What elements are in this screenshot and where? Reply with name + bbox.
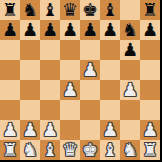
square-a3[interactable]: [0, 100, 20, 120]
square-d2[interactable]: [60, 120, 80, 140]
square-b4[interactable]: [20, 80, 40, 100]
square-c5[interactable]: [40, 60, 60, 80]
square-f5[interactable]: [100, 60, 120, 80]
square-f4[interactable]: [100, 80, 120, 100]
square-h2[interactable]: ♟: [140, 120, 160, 140]
square-f3[interactable]: [100, 100, 120, 120]
piece-white-pawn[interactable]: ♟: [22, 120, 38, 140]
square-a1[interactable]: ♜: [0, 140, 20, 160]
square-f8[interactable]: ♝: [100, 0, 120, 20]
square-a5[interactable]: [0, 60, 20, 80]
piece-white-pawn[interactable]: ♟: [62, 80, 78, 100]
square-g2[interactable]: [120, 120, 140, 140]
square-e6[interactable]: [80, 40, 100, 60]
square-d6[interactable]: [60, 40, 80, 60]
square-c3[interactable]: [40, 100, 60, 120]
square-c6[interactable]: [40, 40, 60, 60]
piece-black-rook[interactable]: ♜: [142, 0, 158, 20]
piece-white-bishop[interactable]: ♝: [42, 140, 58, 160]
piece-white-king[interactable]: ♚: [82, 140, 98, 160]
piece-black-knight[interactable]: ♞: [122, 20, 138, 40]
piece-black-king[interactable]: ♚: [82, 0, 98, 20]
square-e3[interactable]: [80, 100, 100, 120]
square-g1[interactable]: ♞: [120, 140, 140, 160]
square-h8[interactable]: ♜: [140, 0, 160, 20]
square-g8[interactable]: [120, 0, 140, 20]
square-c8[interactable]: ♝: [40, 0, 60, 20]
square-b8[interactable]: ♞: [20, 0, 40, 20]
piece-white-knight[interactable]: ♞: [22, 140, 38, 160]
piece-white-pawn[interactable]: ♟: [102, 120, 118, 140]
piece-black-pawn[interactable]: ♟: [22, 20, 38, 40]
piece-black-queen[interactable]: ♛: [62, 0, 78, 20]
square-c1[interactable]: ♝: [40, 140, 60, 160]
square-h3[interactable]: [140, 100, 160, 120]
square-b2[interactable]: ♟: [20, 120, 40, 140]
piece-white-pawn[interactable]: ♟: [2, 120, 18, 140]
piece-black-pawn[interactable]: ♟: [142, 20, 158, 40]
square-f7[interactable]: ♟: [100, 20, 120, 40]
square-c4[interactable]: [40, 80, 60, 100]
square-d5[interactable]: [60, 60, 80, 80]
square-d7[interactable]: ♟: [60, 20, 80, 40]
piece-black-pawn[interactable]: ♟: [122, 40, 138, 60]
square-a7[interactable]: ♟: [0, 20, 20, 40]
square-b1[interactable]: ♞: [20, 140, 40, 160]
square-d8[interactable]: ♛: [60, 0, 80, 20]
piece-black-knight[interactable]: ♞: [22, 0, 38, 20]
square-h1[interactable]: ♜: [140, 140, 160, 160]
piece-white-knight[interactable]: ♞: [122, 140, 138, 160]
square-f6[interactable]: [100, 40, 120, 60]
square-d4[interactable]: ♟: [60, 80, 80, 100]
square-h5[interactable]: [140, 60, 160, 80]
piece-white-rook[interactable]: ♜: [2, 140, 18, 160]
square-e8[interactable]: ♚: [80, 0, 100, 20]
square-b6[interactable]: [20, 40, 40, 60]
piece-white-rook[interactable]: ♜: [142, 140, 158, 160]
square-b7[interactable]: ♟: [20, 20, 40, 40]
square-a2[interactable]: ♟: [0, 120, 20, 140]
square-g3[interactable]: [120, 100, 140, 120]
square-g5[interactable]: [120, 60, 140, 80]
square-f1[interactable]: ♝: [100, 140, 120, 160]
piece-black-pawn[interactable]: ♟: [2, 20, 18, 40]
square-g7[interactable]: ♞: [120, 20, 140, 40]
square-d1[interactable]: ♛: [60, 140, 80, 160]
square-e7[interactable]: ♟: [80, 20, 100, 40]
piece-black-pawn[interactable]: ♟: [102, 20, 118, 40]
chess-board: ♜♞♝♛♚♝♜♟♟♟♟♟♟♞♟♟♟♟♟♟♟♟♟♟♜♞♝♛♚♝♞♜: [0, 0, 162, 162]
piece-black-pawn[interactable]: ♟: [62, 20, 78, 40]
square-c2[interactable]: ♟: [40, 120, 60, 140]
square-h7[interactable]: ♟: [140, 20, 160, 40]
piece-black-rook[interactable]: ♜: [2, 0, 18, 20]
square-d3[interactable]: [60, 100, 80, 120]
square-e2[interactable]: [80, 120, 100, 140]
chess-board-container: ♜♞♝♛♚♝♜♟♟♟♟♟♟♞♟♟♟♟♟♟♟♟♟♟♜♞♝♛♚♝♞♜: [0, 0, 162, 162]
square-e5[interactable]: ♟: [80, 60, 100, 80]
square-f2[interactable]: ♟: [100, 120, 120, 140]
piece-white-bishop[interactable]: ♝: [102, 140, 118, 160]
square-h6[interactable]: [140, 40, 160, 60]
square-g4[interactable]: ♟: [120, 80, 140, 100]
square-a4[interactable]: [0, 80, 20, 100]
piece-black-bishop[interactable]: ♝: [102, 0, 118, 20]
square-g6[interactable]: ♟: [120, 40, 140, 60]
square-b3[interactable]: [20, 100, 40, 120]
square-c7[interactable]: ♟: [40, 20, 60, 40]
piece-white-queen[interactable]: ♛: [62, 140, 78, 160]
square-b5[interactable]: [20, 60, 40, 80]
piece-black-pawn[interactable]: ♟: [82, 20, 98, 40]
piece-white-pawn[interactable]: ♟: [122, 80, 138, 100]
piece-white-pawn[interactable]: ♟: [42, 120, 58, 140]
square-a8[interactable]: ♜: [0, 0, 20, 20]
square-e1[interactable]: ♚: [80, 140, 100, 160]
square-e4[interactable]: [80, 80, 100, 100]
piece-white-pawn[interactable]: ♟: [142, 120, 158, 140]
square-h4[interactable]: [140, 80, 160, 100]
piece-white-pawn[interactable]: ♟: [82, 60, 98, 80]
square-a6[interactable]: [0, 40, 20, 60]
piece-black-pawn[interactable]: ♟: [42, 20, 58, 40]
piece-black-bishop[interactable]: ♝: [42, 0, 58, 20]
